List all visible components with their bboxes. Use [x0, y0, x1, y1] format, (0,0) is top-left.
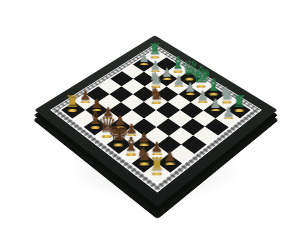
chess-board-grid: ♜♝♛♚♝♞♜♟♟♟♟♟♟♟♟♞♞♟♟♟♟♟♟♟♟♜♝♛♚♝♞♜	[61, 50, 251, 183]
black-pawn: ♟	[197, 89, 209, 102]
white-knight: ♞	[148, 85, 163, 102]
white-rook: ♜	[66, 94, 80, 110]
chess-board-box: ♜♝♛♚♝♞♜♟♟♟♟♟♟♟♟♞♞♟♟♟♟♟♟♟♟♜♝♛♚♝♞♜	[34, 35, 277, 206]
black-pawn: ♟	[222, 105, 234, 118]
white-pawn: ♟	[151, 140, 163, 154]
black-pawn: ♟	[173, 74, 184, 87]
white-rook: ♜	[149, 155, 165, 173]
black-rook: ♜	[149, 42, 162, 57]
white-pawn: ♟	[80, 89, 92, 102]
black-pawn: ♟	[139, 52, 150, 64]
black-pawn: ♟	[209, 97, 221, 110]
white-pawn: ♟	[163, 149, 176, 163]
black-pawn: ♟	[185, 81, 196, 94]
product-photo-scene: ♜♝♛♚♝♞♜♟♟♟♟♟♟♟♟♞♞♟♟♟♟♟♟♟♟♜♝♛♚♝♞♜	[0, 0, 290, 229]
